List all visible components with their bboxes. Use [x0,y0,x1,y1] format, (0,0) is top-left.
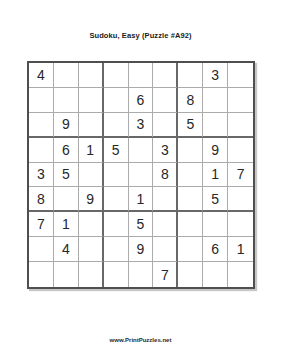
cell-r4c7 [178,138,203,163]
cell-r5c4 [104,163,129,188]
cell-r3c4 [104,113,129,138]
cell-r1c9 [228,63,253,88]
cell-r2c9 [228,88,253,113]
cell-r3c3 [79,113,104,138]
cell-r9c6: 7 [153,262,178,287]
cell-r4c2: 6 [54,138,79,163]
cell-r4c5 [129,138,154,163]
cell-r7c1: 7 [29,212,54,237]
cell-r5c9: 7 [228,163,253,188]
cell-r5c6: 8 [153,163,178,188]
cell-r9c9 [228,262,253,287]
cell-r9c2 [54,262,79,287]
cell-r3c1 [29,113,54,138]
cell-r9c8 [203,262,228,287]
cell-r7c7 [178,212,203,237]
sudoku-grid: 43689356153935817891571549617 [27,61,255,289]
cell-r7c6 [153,212,178,237]
cell-r3c2: 9 [54,113,79,138]
cell-r9c7 [178,262,203,287]
cell-r6c1: 8 [29,187,54,212]
cell-r7c3 [79,212,104,237]
cell-r3c5: 3 [129,113,154,138]
cell-r8c9: 1 [228,237,253,262]
cell-r9c5 [129,262,154,287]
cell-r1c8: 3 [203,63,228,88]
cell-r4c6: 3 [153,138,178,163]
cell-r8c6 [153,237,178,262]
cell-r5c3 [79,163,104,188]
cell-r8c8: 6 [203,237,228,262]
cell-r6c8: 5 [203,187,228,212]
cell-r8c4 [104,237,129,262]
cell-r1c3 [79,63,104,88]
puzzle-title: Sudoku, Easy (Puzzle #A92) [0,31,281,40]
cell-r7c9 [228,212,253,237]
cell-r2c4 [104,88,129,113]
cell-r3c8 [203,113,228,138]
cell-r2c6 [153,88,178,113]
cell-r4c9 [228,138,253,163]
cell-r3c7: 5 [178,113,203,138]
cell-r6c7 [178,187,203,212]
cell-r7c5: 5 [129,212,154,237]
cell-r1c1: 4 [29,63,54,88]
cell-r6c5: 1 [129,187,154,212]
cell-r5c8: 1 [203,163,228,188]
cell-r2c7: 8 [178,88,203,113]
cell-r2c1 [29,88,54,113]
cell-r4c3: 1 [79,138,104,163]
cell-r4c8: 9 [203,138,228,163]
cell-r2c8 [203,88,228,113]
cell-r1c2 [54,63,79,88]
cell-r1c4 [104,63,129,88]
cell-r5c1: 3 [29,163,54,188]
cell-r5c5 [129,163,154,188]
cell-r2c5: 6 [129,88,154,113]
cell-r4c4: 5 [104,138,129,163]
cell-r9c3 [79,262,104,287]
cell-r6c9 [228,187,253,212]
cell-r8c7 [178,237,203,262]
cell-r2c2 [54,88,79,113]
cell-r2c3 [79,88,104,113]
cell-r1c5 [129,63,154,88]
cell-r1c6 [153,63,178,88]
cell-r9c1 [29,262,54,287]
cell-r8c1 [29,237,54,262]
cell-r4c1 [29,138,54,163]
cell-r8c3 [79,237,104,262]
cell-r6c4 [104,187,129,212]
cell-r5c2: 5 [54,163,79,188]
cell-r8c5: 9 [129,237,154,262]
cell-r3c9 [228,113,253,138]
cell-r3c6 [153,113,178,138]
cell-r8c2: 4 [54,237,79,262]
site-credit: www.PrintPuzzles.net [0,337,281,343]
cell-r7c4 [104,212,129,237]
cell-r1c7 [178,63,203,88]
cell-r6c3: 9 [79,187,104,212]
cell-r7c2: 1 [54,212,79,237]
printable-puzzle-page: Sudoku, Easy (Puzzle #A92) 4368935615393… [0,0,281,363]
cell-r6c6 [153,187,178,212]
cell-r5c7 [178,163,203,188]
cell-r6c2 [54,187,79,212]
cell-r9c4 [104,262,129,287]
cell-r7c8 [203,212,228,237]
